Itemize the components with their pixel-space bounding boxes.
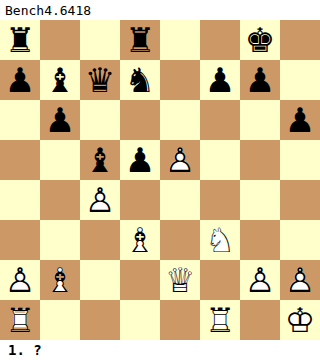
square-h4[interactable] xyxy=(280,180,320,220)
piece-outline: ♗ xyxy=(120,220,160,260)
square-f3[interactable]: ♞♘ xyxy=(200,220,240,260)
square-e6[interactable] xyxy=(160,100,200,140)
piece-white-rook[interactable]: ♜♖ xyxy=(0,300,40,340)
piece-glyph: ♟ xyxy=(120,140,160,180)
piece-outline: ♖ xyxy=(200,300,240,340)
piece-white-queen[interactable]: ♛♕ xyxy=(160,260,200,300)
square-d6[interactable] xyxy=(120,100,160,140)
window-title: Bench4.6418 xyxy=(5,3,91,18)
piece-glyph: ♞ xyxy=(120,60,160,100)
square-e8[interactable] xyxy=(160,20,200,60)
square-f6[interactable] xyxy=(200,100,240,140)
piece-glyph: ♚ xyxy=(240,20,280,60)
piece-white-knight[interactable]: ♞♘ xyxy=(200,220,240,260)
piece-outline: ♖ xyxy=(0,300,40,340)
square-b5[interactable] xyxy=(40,140,80,180)
piece-black-pawn[interactable]: ♟ xyxy=(240,60,280,100)
square-a2[interactable]: ♟♙ xyxy=(0,260,40,300)
square-b3[interactable] xyxy=(40,220,80,260)
piece-outline: ♔ xyxy=(280,300,320,340)
piece-black-pawn[interactable]: ♟ xyxy=(0,60,40,100)
square-c8[interactable] xyxy=(80,20,120,60)
square-g1[interactable] xyxy=(240,300,280,340)
piece-outline: ♗ xyxy=(40,260,80,300)
piece-outline: ♙ xyxy=(80,180,120,220)
square-g6[interactable] xyxy=(240,100,280,140)
square-f5[interactable] xyxy=(200,140,240,180)
square-f7[interactable]: ♟ xyxy=(200,60,240,100)
square-a3[interactable] xyxy=(0,220,40,260)
piece-black-queen[interactable]: ♛ xyxy=(80,60,120,100)
square-b7[interactable]: ♝ xyxy=(40,60,80,100)
square-e7[interactable] xyxy=(160,60,200,100)
square-h2[interactable]: ♟♙ xyxy=(280,260,320,300)
square-c6[interactable] xyxy=(80,100,120,140)
square-a6[interactable] xyxy=(0,100,40,140)
square-d4[interactable] xyxy=(120,180,160,220)
square-g7[interactable]: ♟ xyxy=(240,60,280,100)
piece-black-rook[interactable]: ♜ xyxy=(120,20,160,60)
piece-glyph: ♝ xyxy=(80,140,120,180)
piece-outline: ♙ xyxy=(0,260,40,300)
piece-black-bishop[interactable]: ♝ xyxy=(40,60,80,100)
square-c2[interactable] xyxy=(80,260,120,300)
piece-outline: ♙ xyxy=(280,260,320,300)
piece-white-pawn[interactable]: ♟♙ xyxy=(280,260,320,300)
square-e3[interactable] xyxy=(160,220,200,260)
square-b1[interactable] xyxy=(40,300,80,340)
square-a8[interactable]: ♜ xyxy=(0,20,40,60)
piece-glyph: ♛ xyxy=(80,60,120,100)
square-h1[interactable]: ♚♔ xyxy=(280,300,320,340)
square-a4[interactable] xyxy=(0,180,40,220)
square-h6[interactable]: ♟ xyxy=(280,100,320,140)
square-c7[interactable]: ♛ xyxy=(80,60,120,100)
piece-glyph: ♟ xyxy=(240,60,280,100)
square-g3[interactable] xyxy=(240,220,280,260)
piece-black-pawn[interactable]: ♟ xyxy=(200,60,240,100)
piece-white-pawn[interactable]: ♟♙ xyxy=(0,260,40,300)
piece-glyph: ♟ xyxy=(280,100,320,140)
square-b6[interactable]: ♟ xyxy=(40,100,80,140)
move-prompt: 1. ? xyxy=(8,342,42,358)
square-e1[interactable] xyxy=(160,300,200,340)
square-b4[interactable] xyxy=(40,180,80,220)
square-f2[interactable] xyxy=(200,260,240,300)
square-h7[interactable] xyxy=(280,60,320,100)
square-h3[interactable] xyxy=(280,220,320,260)
square-c3[interactable] xyxy=(80,220,120,260)
square-a7[interactable]: ♟ xyxy=(0,60,40,100)
square-a5[interactable] xyxy=(0,140,40,180)
piece-black-bishop[interactable]: ♝ xyxy=(80,140,120,180)
square-g2[interactable]: ♟♙ xyxy=(240,260,280,300)
square-h5[interactable] xyxy=(280,140,320,180)
square-c4[interactable]: ♟♙ xyxy=(80,180,120,220)
piece-glyph: ♟ xyxy=(0,60,40,100)
piece-glyph: ♝ xyxy=(40,60,80,100)
square-f4[interactable] xyxy=(200,180,240,220)
piece-outline: ♙ xyxy=(160,140,200,180)
piece-white-bishop[interactable]: ♝♗ xyxy=(40,260,80,300)
chess-board: ♜♜♚♟♝♛♞♟♟♟♟♝♟♟♙♟♙♝♗♞♘♟♙♝♗♛♕♟♙♟♙♜♖♜♖♚♔ xyxy=(0,20,320,340)
square-d7[interactable]: ♞ xyxy=(120,60,160,100)
square-d5[interactable]: ♟ xyxy=(120,140,160,180)
piece-black-pawn[interactable]: ♟ xyxy=(280,100,320,140)
square-f8[interactable] xyxy=(200,20,240,60)
square-g8[interactable]: ♚ xyxy=(240,20,280,60)
square-b2[interactable]: ♝♗ xyxy=(40,260,80,300)
square-d8[interactable]: ♜ xyxy=(120,20,160,60)
piece-glyph: ♜ xyxy=(0,20,40,60)
square-e2[interactable]: ♛♕ xyxy=(160,260,200,300)
square-h8[interactable] xyxy=(280,20,320,60)
square-d3[interactable]: ♝♗ xyxy=(120,220,160,260)
status-bar: 1. ? xyxy=(0,340,320,360)
piece-white-pawn[interactable]: ♟♙ xyxy=(240,260,280,300)
piece-outline: ♕ xyxy=(160,260,200,300)
square-f1[interactable]: ♜♖ xyxy=(200,300,240,340)
piece-outline: ♘ xyxy=(200,220,240,260)
piece-white-bishop[interactable]: ♝♗ xyxy=(120,220,160,260)
piece-black-pawn[interactable]: ♟ xyxy=(120,140,160,180)
piece-glyph: ♜ xyxy=(120,20,160,60)
square-g4[interactable] xyxy=(240,180,280,220)
piece-black-rook[interactable]: ♜ xyxy=(0,20,40,60)
piece-black-pawn[interactable]: ♟ xyxy=(40,100,80,140)
square-a1[interactable]: ♜♖ xyxy=(0,300,40,340)
square-c1[interactable] xyxy=(80,300,120,340)
piece-black-knight[interactable]: ♞ xyxy=(120,60,160,100)
square-e5[interactable]: ♟♙ xyxy=(160,140,200,180)
square-c5[interactable]: ♝ xyxy=(80,140,120,180)
square-d1[interactable] xyxy=(120,300,160,340)
square-b8[interactable] xyxy=(40,20,80,60)
square-d2[interactable] xyxy=(120,260,160,300)
square-e4[interactable] xyxy=(160,180,200,220)
piece-glyph: ♟ xyxy=(40,100,80,140)
piece-outline: ♙ xyxy=(240,260,280,300)
square-g5[interactable] xyxy=(240,140,280,180)
piece-glyph: ♟ xyxy=(200,60,240,100)
piece-white-rook[interactable]: ♜♖ xyxy=(200,300,240,340)
piece-black-king[interactable]: ♚ xyxy=(240,20,280,60)
piece-white-pawn[interactable]: ♟♙ xyxy=(80,180,120,220)
piece-white-king[interactable]: ♚♔ xyxy=(280,300,320,340)
title-bar: Bench4.6418 xyxy=(0,0,320,20)
piece-white-pawn[interactable]: ♟♙ xyxy=(160,140,200,180)
